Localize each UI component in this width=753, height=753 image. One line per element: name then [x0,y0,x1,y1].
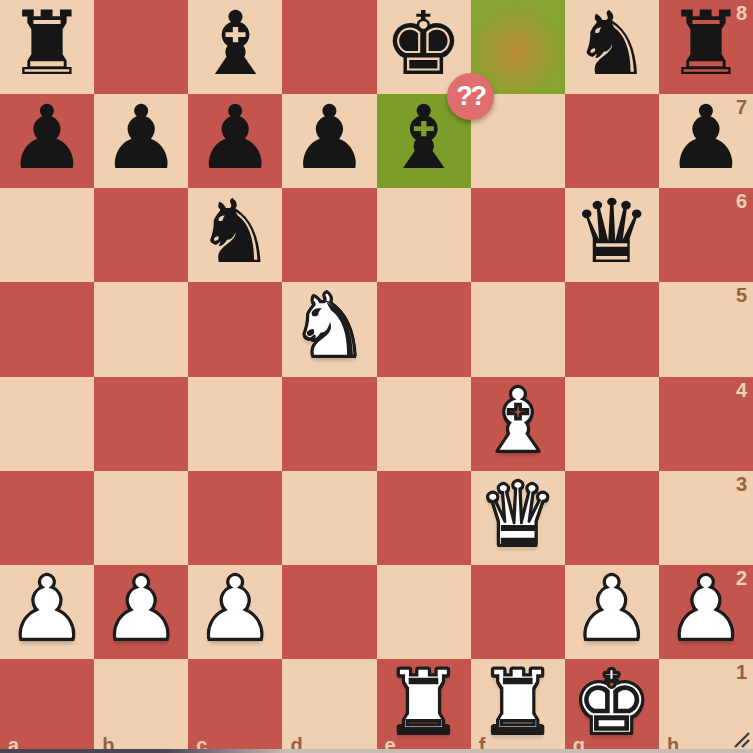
square-a1[interactable]: a [0,659,94,753]
coordinate-rank-7: 7 [736,97,747,117]
square-h8[interactable]: ♜8 [659,0,753,94]
square-a8[interactable]: ♜ [0,0,94,94]
square-d6[interactable] [282,188,376,282]
square-d4[interactable] [282,377,376,471]
square-b1[interactable]: b [94,659,188,753]
square-g5[interactable] [565,282,659,376]
square-c4[interactable] [188,377,282,471]
square-e5[interactable] [377,282,471,376]
square-g8[interactable]: ♞ [565,0,659,94]
square-a2[interactable]: ♟ [0,565,94,659]
square-b6[interactable] [94,188,188,282]
square-c7[interactable]: ♟ [188,94,282,188]
black-knight[interactable]: ♞ [196,188,275,276]
square-f6[interactable] [471,188,565,282]
square-h7[interactable]: ♟7 [659,94,753,188]
white-rook[interactable]: ♜ [384,659,463,747]
square-d2[interactable] [282,565,376,659]
square-h6[interactable]: 6 [659,188,753,282]
square-c3[interactable] [188,471,282,565]
square-h5[interactable]: 5 [659,282,753,376]
square-g6[interactable]: ♛ [565,188,659,282]
square-a7[interactable]: ♟ [0,94,94,188]
square-a6[interactable] [0,188,94,282]
square-e4[interactable] [377,377,471,471]
coordinate-rank-3: 3 [736,474,747,494]
square-c6[interactable]: ♞ [188,188,282,282]
square-f2[interactable] [471,565,565,659]
black-pawn[interactable]: ♟ [8,94,87,182]
white-pawn[interactable]: ♟ [196,565,275,653]
square-c1[interactable]: c [188,659,282,753]
square-a3[interactable] [0,471,94,565]
square-e6[interactable] [377,188,471,282]
white-pawn[interactable]: ♟ [102,565,181,653]
square-h3[interactable]: 3 [659,471,753,565]
white-knight[interactable]: ♞ [290,282,369,370]
square-b7[interactable]: ♟ [94,94,188,188]
square-g2[interactable]: ♟ [565,565,659,659]
square-d1[interactable]: d [282,659,376,753]
square-g4[interactable] [565,377,659,471]
square-b2[interactable]: ♟ [94,565,188,659]
square-h4[interactable]: 4 [659,377,753,471]
black-bishop[interactable]: ♝ [196,0,275,88]
square-d3[interactable] [282,471,376,565]
square-g7[interactable] [565,94,659,188]
black-king[interactable]: ♚ [384,0,463,88]
white-pawn[interactable]: ♟ [572,565,651,653]
square-e1[interactable]: ♜e [377,659,471,753]
black-knight[interactable]: ♞ [572,0,651,88]
square-b4[interactable] [94,377,188,471]
black-queen[interactable]: ♛ [572,188,651,276]
square-h2[interactable]: ♟2 [659,565,753,659]
chess-board: ♜♝♚♞♜8♟♟♟♟♝♟7♞♛6♞5♝4♛3♟♟♟♟♟2abcd♜e♜f♚g1h [0,0,753,753]
square-c5[interactable] [188,282,282,376]
square-f4[interactable]: ♝ [471,377,565,471]
white-pawn[interactable]: ♟ [666,565,745,653]
square-a5[interactable] [0,282,94,376]
black-rook[interactable]: ♜ [666,0,745,88]
square-f3[interactable]: ♛ [471,471,565,565]
page-bottom-edge-strip [0,749,753,753]
coordinate-rank-2: 2 [736,568,747,588]
square-e3[interactable] [377,471,471,565]
square-a4[interactable] [0,377,94,471]
square-g1[interactable]: ♚g [565,659,659,753]
white-pawn[interactable]: ♟ [8,565,87,653]
square-e2[interactable] [377,565,471,659]
coordinate-rank-4: 4 [736,380,747,400]
coordinate-rank-6: 6 [736,191,747,211]
square-d7[interactable]: ♟ [282,94,376,188]
square-b8[interactable] [94,0,188,94]
square-g3[interactable] [565,471,659,565]
black-pawn[interactable]: ♟ [196,94,275,182]
square-f5[interactable] [471,282,565,376]
chess-board-viewport: ♜♝♚♞♜8♟♟♟♟♝♟7♞♛6♞5♝4♛3♟♟♟♟♟2abcd♜e♜f♚g1h… [0,0,753,753]
white-queen[interactable]: ♛ [478,471,557,559]
white-bishop[interactable]: ♝ [478,377,557,465]
coordinate-rank-8: 8 [736,3,747,23]
square-d8[interactable] [282,0,376,94]
black-pawn[interactable]: ♟ [290,94,369,182]
square-f1[interactable]: ♜f [471,659,565,753]
white-rook[interactable]: ♜ [478,659,557,747]
square-c2[interactable]: ♟ [188,565,282,659]
square-b5[interactable] [94,282,188,376]
black-pawn[interactable]: ♟ [666,94,745,182]
square-c8[interactable]: ♝ [188,0,282,94]
square-b3[interactable] [94,471,188,565]
coordinate-rank-1: 1 [736,662,747,682]
blunder-annotation-badge: ?? [447,73,494,120]
square-d5[interactable]: ♞ [282,282,376,376]
board-resize-handle[interactable] [733,731,751,749]
coordinate-rank-5: 5 [736,285,747,305]
black-rook[interactable]: ♜ [8,0,87,88]
black-pawn[interactable]: ♟ [102,94,181,182]
